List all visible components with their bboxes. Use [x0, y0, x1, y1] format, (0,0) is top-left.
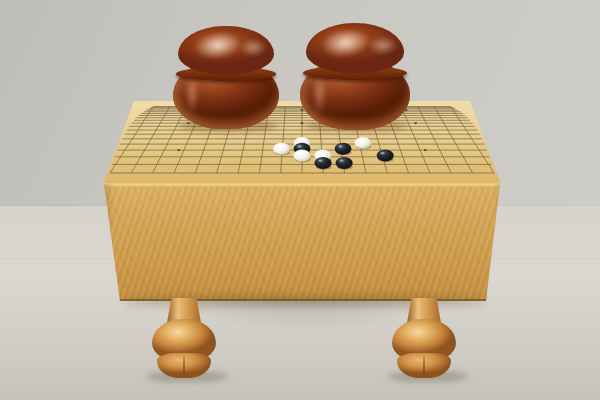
leg-foot-crease [423, 356, 425, 376]
board-front-arris [100, 184, 504, 187]
bowl-lid-highlight-2 [368, 36, 397, 55]
go-bowl-right[interactable] [299, 23, 411, 130]
goban-photo-scene [0, 0, 600, 400]
goban-leg-left [149, 298, 219, 378]
star-point [177, 149, 180, 151]
star-point [424, 149, 427, 151]
go-stone-black[interactable] [377, 150, 394, 162]
go-stone-black[interactable] [314, 157, 331, 169]
go-stone-black[interactable] [335, 157, 352, 169]
stone-highlight [381, 152, 385, 154]
stone-highlight [339, 159, 343, 161]
go-stone-white[interactable] [273, 143, 290, 155]
bowl-lid-highlight-2 [239, 38, 267, 57]
go-bowl-left[interactable] [172, 26, 280, 129]
go-stone-white[interactable] [354, 137, 371, 149]
go-stone-black[interactable] [335, 143, 352, 155]
star-point [414, 122, 417, 124]
stone-highlight [339, 145, 343, 147]
leg-foot-crease [183, 356, 185, 376]
stone-highlight [297, 145, 301, 147]
go-stone-white[interactable] [293, 150, 310, 162]
stone-highlight [318, 159, 322, 161]
goban-leg-right [389, 298, 459, 378]
